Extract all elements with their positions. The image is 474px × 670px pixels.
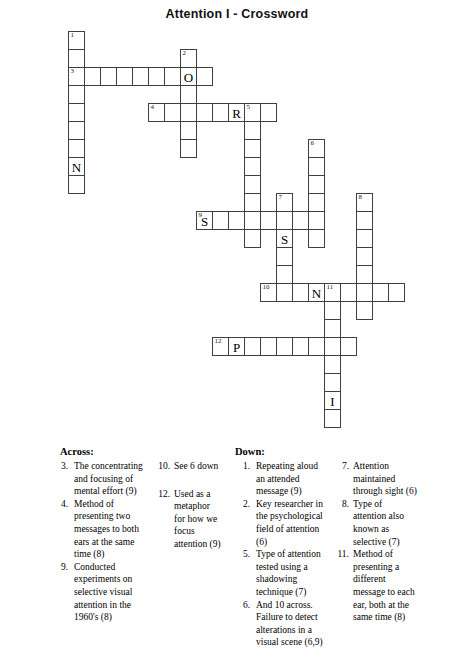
grid-cell-r18c16[interactable] [324, 355, 341, 374]
clue-number: 12. [150, 488, 170, 501]
down-clues-column-1: 1. Repeating aloud an attended message (… [234, 460, 340, 649]
clue-text: Conducted experiments on selective visua… [74, 561, 158, 624]
grid-cell-r14c13[interactable] [276, 283, 293, 302]
grid-cell-r10c10[interactable] [228, 211, 245, 230]
clue-down-5: 5. Type of attention tested using a shad… [234, 548, 340, 598]
grid-cell-r3c0[interactable] [68, 85, 85, 104]
grid-cell-r17c14[interactable] [292, 337, 309, 356]
clue-number: 11. [330, 548, 349, 561]
grid-cell-r1c7[interactable]: 2 [180, 49, 197, 68]
grid-cell-r9c13[interactable]: 7 [276, 193, 293, 212]
puzzle-title: Attention I - Crossword [0, 7, 474, 21]
grid-cell-r17c17[interactable] [340, 337, 357, 356]
grid-cell-r4c5[interactable]: 4 [148, 103, 165, 122]
cell-letter: O [184, 69, 193, 84]
cell-letter: N [72, 159, 81, 174]
cell-letter: N [312, 285, 321, 300]
grid-cell-r15c16[interactable] [324, 301, 341, 320]
grid-cell-r2c3[interactable] [116, 67, 133, 86]
across-clues-column-1: 3. The concentrating and focusing of men… [52, 460, 158, 624]
clue-text: Attention maintained through sight (6) [353, 460, 433, 498]
grid-cell-r4c0[interactable] [68, 103, 85, 122]
clue-number: 2. [234, 498, 250, 511]
grid-cell-r8c0[interactable] [68, 175, 85, 194]
cell-number: 6 [311, 139, 315, 148]
grid-cell-r8c15[interactable] [308, 175, 325, 194]
grid-cell-r17c9[interactable]: 12 [212, 337, 229, 356]
grid-cell-r14c20[interactable] [388, 283, 405, 302]
grid-cell-r12c18[interactable] [356, 247, 373, 266]
grid-cell-r14c12[interactable]: 10 [260, 283, 277, 302]
grid-cell-r2c7[interactable]: O [180, 67, 197, 86]
grid-cell-r11c18[interactable] [356, 229, 373, 248]
grid-cell-r14c16[interactable]: 11 [324, 283, 341, 302]
clue-down-7: 7. Attention maintained through sight (6… [330, 460, 433, 498]
grid-cell-r6c11[interactable] [244, 139, 261, 158]
clue-text: Type of attention also known as selectiv… [353, 498, 433, 548]
grid-cell-r4c6[interactable] [164, 103, 181, 122]
grid-cell-r7c11[interactable] [244, 157, 261, 176]
grid-cell-r9c11[interactable] [244, 193, 261, 212]
clue-down-1: 1. Repeating aloud an attended message (… [234, 460, 340, 498]
grid-cell-r10c9[interactable] [212, 211, 229, 230]
clue-down-2: 2. Key researcher in the psychological f… [234, 498, 340, 548]
clue-across-4: 4. Method of presenting two messages to … [52, 498, 158, 561]
grid-cell-r3c7[interactable] [180, 85, 197, 104]
clue-text: Type of attention tested using a shadowi… [256, 548, 340, 598]
grid-cell-r15c18[interactable] [356, 301, 373, 320]
cell-letter: R [232, 105, 241, 120]
clue-text: Repeating aloud an attended message (9) [256, 460, 340, 498]
grid-cell-r17c10[interactable]: P [228, 337, 245, 356]
clue-number: 7. [330, 460, 349, 473]
cell-number: 1 [71, 31, 75, 40]
grid-cell-r2c0[interactable]: 3 [68, 67, 85, 86]
grid-cell-r17c13[interactable] [276, 337, 293, 356]
grid-cell-r10c12[interactable] [260, 211, 277, 230]
grid-cell-r2c8[interactable] [196, 67, 213, 86]
grid-cell-r13c13[interactable] [276, 265, 293, 284]
clue-down-8: 8. Type of attention also known as selec… [330, 498, 433, 548]
clue-across-3: 3. The concentrating and focusing of men… [52, 460, 158, 498]
across-heading: Across: [60, 446, 94, 457]
clue-text: And 10 across. Failure to detect alterat… [256, 599, 340, 649]
grid-cell-r2c2[interactable] [100, 67, 117, 86]
clue-number: 6. [234, 599, 250, 612]
grid-cell-r4c12[interactable] [260, 103, 277, 122]
grid-cell-r2c1[interactable] [84, 67, 101, 86]
grid-cell-r6c7[interactable] [180, 139, 197, 158]
grid-cell-r0c0[interactable]: 1 [68, 31, 85, 50]
grid-cell-r4c10[interactable]: R [228, 103, 245, 122]
grid-cell-r7c15[interactable] [308, 157, 325, 176]
down-clues-column-2: 7. Attention maintained through sight (6… [330, 460, 433, 624]
grid-cell-r12c13[interactable] [276, 247, 293, 266]
clue-across-9: 9. Conducted experiments on selective vi… [52, 561, 158, 624]
grid-cell-r14c14[interactable] [292, 283, 309, 302]
grid-cell-r10c8[interactable]: 9S [196, 211, 213, 230]
clue-number: 10. [150, 460, 170, 473]
grid-cell-r1c0[interactable] [68, 49, 85, 68]
down-heading: Down: [235, 446, 265, 457]
grid-cell-r7c0[interactable]: N [68, 157, 85, 176]
grid-cell-r20c16[interactable]: I [324, 391, 341, 410]
grid-cell-r10c11[interactable] [244, 211, 261, 230]
grid-cell-r10c13[interactable] [276, 211, 293, 230]
cell-number: 10 [263, 283, 270, 292]
grid-cell-r2c5[interactable] [148, 67, 165, 86]
grid-cell-r14c15[interactable]: N [308, 283, 325, 302]
grid-cell-r11c13[interactable]: S [276, 229, 293, 248]
cell-number: 2 [183, 49, 187, 58]
clue-text: Key researcher in the psychological fiel… [256, 498, 340, 548]
grid-cell-r11c15[interactable] [308, 229, 325, 248]
clue-text: Method of presenting a different message… [353, 548, 433, 624]
clue-text: Method of presenting two messages to bot… [74, 498, 158, 561]
grid-cell-r16c16[interactable] [324, 319, 341, 338]
grid-cell-r9c15[interactable] [308, 193, 325, 212]
cell-letter: I [330, 393, 334, 408]
grid-cell-r9c18[interactable]: 8 [356, 193, 373, 212]
grid-cell-r21c16[interactable] [324, 409, 341, 428]
grid-cell-r4c8[interactable] [196, 103, 213, 122]
clue-number: 4. [52, 498, 68, 511]
clue-down-11: 11. Method of presenting a different mes… [330, 548, 433, 624]
crossword-grid: 123O4R56N789SS10N1112PI [68, 31, 406, 429]
grid-cell-r6c15[interactable]: 6 [308, 139, 325, 158]
clue-text: The concentrating and focusing of mental… [74, 460, 158, 498]
cell-letter: P [233, 339, 240, 354]
grid-cell-r6c0[interactable] [68, 139, 85, 158]
grid-cell-r4c9[interactable] [212, 103, 229, 122]
grid-cell-r4c11[interactable]: 5 [244, 103, 261, 122]
grid-cell-r17c11[interactable] [244, 337, 261, 356]
grid-cell-r17c12[interactable] [260, 337, 277, 356]
grid-cell-r5c0[interactable] [68, 121, 85, 140]
grid-cell-r14c19[interactable] [372, 283, 389, 302]
cell-number: 4 [151, 103, 155, 112]
grid-cell-r14c18[interactable] [356, 283, 373, 302]
clue-number: 8. [330, 498, 349, 511]
grid-cell-r5c11[interactable] [244, 121, 261, 140]
page: Attention I - Crossword 123O4R56N789SS10… [0, 0, 474, 670]
grid-cell-r2c4[interactable] [132, 67, 149, 86]
clue-down-6: 6. And 10 across. Failure to detect alte… [234, 599, 340, 649]
grid-cell-r17c15[interactable] [308, 337, 325, 356]
clue-number: 9. [52, 561, 68, 574]
clue-number: 1. [234, 460, 250, 473]
clue-number: 5. [234, 548, 250, 561]
grid-cell-r5c7[interactable] [180, 121, 197, 140]
grid-cell-r11c11[interactable] [244, 229, 261, 248]
grid-cell-r10c15[interactable] [308, 211, 325, 230]
cell-number: 11 [327, 283, 334, 292]
grid-cell-r4c7[interactable] [180, 103, 197, 122]
cell-number: 12 [215, 337, 222, 346]
cell-letter: S [281, 231, 288, 246]
cell-number: 8 [359, 193, 363, 202]
grid-cell-r13c18[interactable] [356, 265, 373, 284]
cell-number: 3 [71, 67, 75, 76]
grid-cell-r10c14[interactable] [292, 211, 309, 230]
grid-cell-r2c6[interactable] [164, 67, 181, 86]
cell-number: 7 [279, 193, 283, 202]
grid-cell-r8c11[interactable] [244, 175, 261, 194]
clue-number: 3. [52, 460, 68, 473]
grid-cell-r14c17[interactable] [340, 283, 357, 302]
grid-cell-r19c16[interactable] [324, 373, 341, 392]
cell-number: 5 [247, 103, 251, 112]
grid-cell-r17c16[interactable] [324, 337, 341, 356]
cell-number: 9 [199, 211, 203, 220]
grid-cell-r10c18[interactable] [356, 211, 373, 230]
